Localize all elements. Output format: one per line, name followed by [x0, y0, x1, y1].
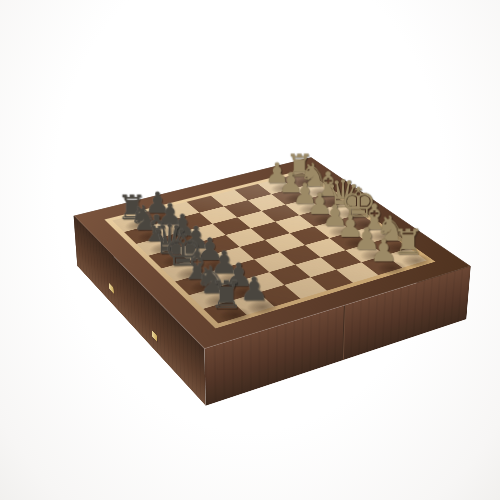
chess-box: ♜♞♝♛♚♝♞♜♟♟♟♟♟♟♟♟♟♟♟♟♟♟♟♟♜♞♝♛♚♝♞♜: [74, 157, 471, 349]
brass-hinge: [152, 330, 157, 342]
piece-glyph: ♜: [200, 276, 253, 314]
box-fold-seam: [342, 305, 346, 361]
piece-glyph: ♟: [359, 235, 409, 266]
brass-hinge: [109, 283, 114, 294]
scene: ♜♞♝♛♚♝♞♜♟♟♟♟♟♟♟♟♟♟♟♟♟♟♟♟♜♞♝♛♚♝♞♜: [0, 0, 500, 500]
